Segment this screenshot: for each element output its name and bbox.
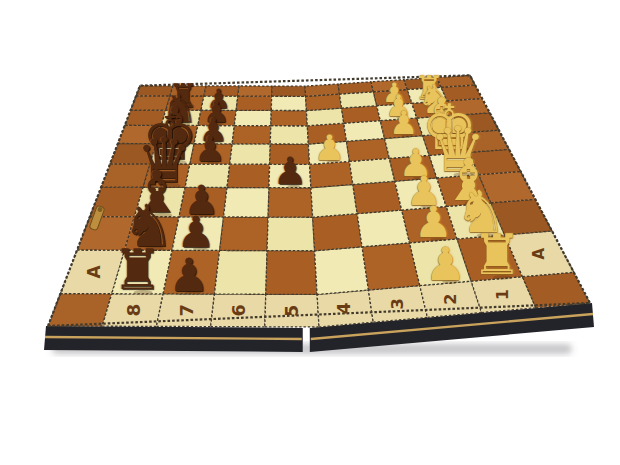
square-a4[interactable] xyxy=(315,247,369,295)
rank-label-2: 2 xyxy=(441,294,460,305)
square-d3[interactable] xyxy=(349,158,394,184)
square-b4[interactable] xyxy=(313,214,362,251)
rank-label-5: 5 xyxy=(282,305,302,317)
square-a6[interactable] xyxy=(214,250,267,294)
piece-black-pawn-e7[interactable]: ♟ xyxy=(194,132,225,167)
piece-white-pawn-e4[interactable]: ♟ xyxy=(314,131,345,166)
file-label-a-right: A xyxy=(530,248,548,260)
square-a5[interactable] xyxy=(266,251,317,295)
square-f6[interactable] xyxy=(232,126,271,144)
board-border-cell xyxy=(238,86,272,96)
square-b6[interactable] xyxy=(220,217,268,251)
rank-label-1: 1 xyxy=(494,289,512,300)
piece-white-pawn-f2[interactable]: ♟ xyxy=(389,107,418,139)
square-g6[interactable] xyxy=(234,110,271,125)
square-b5[interactable] xyxy=(267,217,314,251)
square-c6[interactable] xyxy=(224,188,269,218)
square-f3[interactable] xyxy=(344,121,385,142)
square-h6[interactable] xyxy=(236,96,272,110)
chessboard-photo: 87654321AA ♜♞♝♛♚♝♞♜♟♟♟♟♟♟♟♟♟♟♟♟♟♟♟♟♜♞♝♛♚… xyxy=(0,0,620,465)
square-e6[interactable] xyxy=(230,144,270,164)
square-e3[interactable] xyxy=(346,138,389,161)
piece-black-rook-a8[interactable]: ♜ xyxy=(112,242,162,298)
square-b3[interactable] xyxy=(357,210,409,247)
square-g5[interactable] xyxy=(271,110,307,125)
square-d6[interactable] xyxy=(227,164,270,187)
piece-white-pawn-a2[interactable]: ♟ xyxy=(425,241,466,287)
chess-board: 87654321AA xyxy=(0,0,620,465)
board-border-cell xyxy=(272,86,306,96)
piece-black-pawn-d5[interactable]: ♟ xyxy=(273,153,307,191)
rank-label-7: 7 xyxy=(176,304,197,317)
square-f5[interactable] xyxy=(270,126,308,144)
rank-label-3: 3 xyxy=(388,298,407,309)
rank-label-6: 6 xyxy=(229,304,249,316)
rank-label-4: 4 xyxy=(334,303,354,315)
piece-black-pawn-a7[interactable]: ♟ xyxy=(168,252,209,298)
square-c4[interactable] xyxy=(311,185,357,218)
file-label-a-left: A xyxy=(84,264,104,278)
rank-label-8: 8 xyxy=(123,304,144,317)
square-h5[interactable] xyxy=(271,96,306,110)
piece-white-rook-a1[interactable]: ♜ xyxy=(472,227,522,283)
square-c3[interactable] xyxy=(353,181,402,213)
